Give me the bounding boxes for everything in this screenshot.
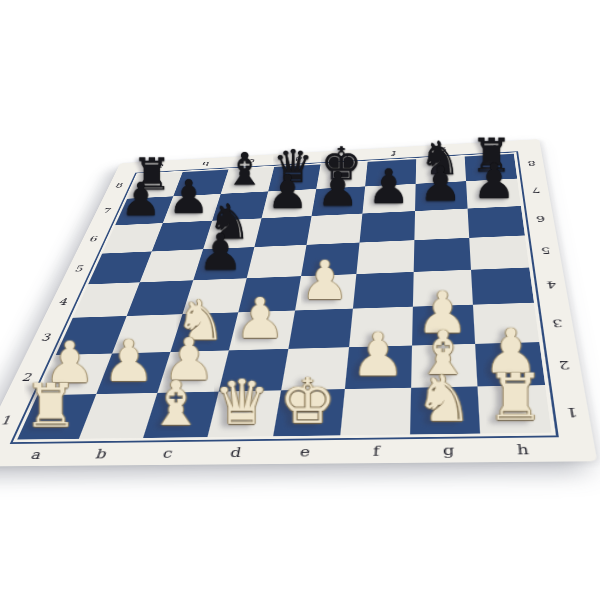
cell-d5 [246,245,306,279]
cell-e7: ♟ [312,187,366,216]
piece-white-pawn-f2[interactable]: ♟ [351,327,405,384]
piece-black-pawn-c5[interactable]: ♟ [198,229,243,277]
cell-f4 [353,272,413,309]
piece-white-queen-d1[interactable]: ♛ [214,374,270,433]
file-label-g: g [412,440,486,461]
rank-label-5: 5 [533,233,559,267]
cell-g5 [413,238,471,272]
rank-label-4: 4 [538,266,566,303]
piece-black-pawn-e7[interactable]: ♟ [316,167,358,212]
chess-board-scene: abcdefgh abcdefgh 87654321 87654321 ♜♝♛♚… [0,139,597,466]
cell-e1: ♚ [273,389,345,436]
piece-white-king-e1[interactable]: ♚ [280,372,336,431]
cell-d6 [254,216,311,247]
cell-f1 [341,388,411,436]
piece-black-bishop-c8[interactable]: ♝ [225,148,265,190]
cell-f6 [360,211,415,243]
file-label-b: b [65,444,138,464]
cell-e3 [288,309,353,349]
piece-black-pawn-f7[interactable]: ♟ [367,165,410,210]
cell-d7: ♟ [261,189,316,218]
board-frame: ♜♝♛♚♞♜♟♟♟♟♟♟♟♞♟♟♞♟♟♟♟♟♟♝♟♜♝♛♚♞♜ [10,151,559,444]
cell-f7: ♟ [363,184,416,213]
piece-white-pawn-e4[interactable]: ♟ [301,255,349,306]
rank-label-1: 1 [555,387,588,437]
cell-g1: ♞ [409,386,479,434]
file-label-d: d [199,442,272,462]
piece-white-pawn-b2[interactable]: ♟ [103,335,155,390]
rank-label-2: 2 [549,343,580,388]
cell-c5: ♟ [193,247,254,280]
rollup-chess-mat: abcdefgh abcdefgh 87654321 87654321 ♜♝♛♚… [0,139,597,466]
file-label-a: a [0,445,72,465]
piece-white-knight-g1[interactable]: ♞ [416,369,473,430]
cell-h6 [467,206,525,238]
piece-white-rook-a1[interactable]: ♜ [24,378,78,435]
cell-e4: ♟ [295,274,357,311]
piece-black-pawn-b7[interactable]: ♟ [168,176,209,220]
cell-h1: ♜ [477,385,552,434]
cell-c1: ♝ [142,391,218,438]
pieces-layer: ♜♝♛♚♞♜♟♟♟♟♟♟♟♞♟♟♞♟♟♟♟♟♟♝♟♜♝♛♚♞♜ [17,154,552,440]
rank-label-3: 3 [543,303,572,344]
cell-d1: ♛ [207,390,281,437]
rank-label-6: 6 [528,203,553,234]
cell-g7: ♟ [415,181,468,211]
cell-h7: ♟ [466,179,521,209]
rank-label-7: 7 [524,176,547,205]
piece-black-pawn-a7[interactable]: ♟ [120,178,161,222]
piece-black-pawn-g7[interactable]: ♟ [419,162,462,208]
cell-h5 [469,235,529,269]
piece-black-pawn-h7[interactable]: ♟ [472,159,515,205]
cell-g6 [414,208,469,240]
piece-white-bishop-c1[interactable]: ♝ [149,375,204,433]
piece-white-pawn-d3[interactable]: ♟ [235,293,285,346]
piece-white-rook-h1[interactable]: ♜ [486,367,544,428]
file-label-f: f [339,441,412,462]
cell-f2: ♟ [345,345,411,389]
piece-black-pawn-d7[interactable]: ♟ [266,170,308,215]
file-label-h: h [485,439,562,460]
file-label-c: c [131,443,204,463]
rank-label-8: 8 [521,150,543,176]
cell-e6 [307,213,363,244]
cell-d3: ♟ [229,311,295,350]
file-label-e: e [269,442,342,463]
cell-f5 [357,240,414,274]
